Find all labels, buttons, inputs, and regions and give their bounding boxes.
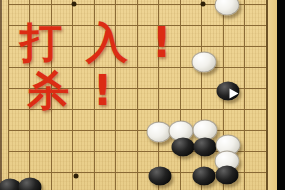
black-stone[interactable] bbox=[193, 167, 216, 186]
board-right-margin bbox=[268, 0, 277, 190]
right-black-bar bbox=[277, 0, 285, 190]
go-problem-thumbnail: 打入! 杀! bbox=[0, 0, 285, 190]
star-point bbox=[74, 174, 79, 179]
black-stone[interactable] bbox=[194, 138, 217, 157]
overlay-text-kill: 杀! bbox=[27, 70, 136, 112]
overlay-text-invade: 打入! bbox=[20, 22, 195, 64]
white-stone[interactable] bbox=[192, 52, 217, 73]
left-dark-strip bbox=[0, 0, 2, 190]
black-stone[interactable] bbox=[149, 167, 172, 186]
star-point bbox=[72, 2, 77, 7]
black-stone[interactable] bbox=[172, 138, 195, 157]
last-move-triangle-icon bbox=[230, 89, 239, 99]
black-stone[interactable] bbox=[216, 166, 239, 185]
star-point bbox=[201, 2, 206, 7]
marked-black-stone[interactable] bbox=[217, 82, 240, 101]
black-stone[interactable] bbox=[19, 178, 42, 191]
